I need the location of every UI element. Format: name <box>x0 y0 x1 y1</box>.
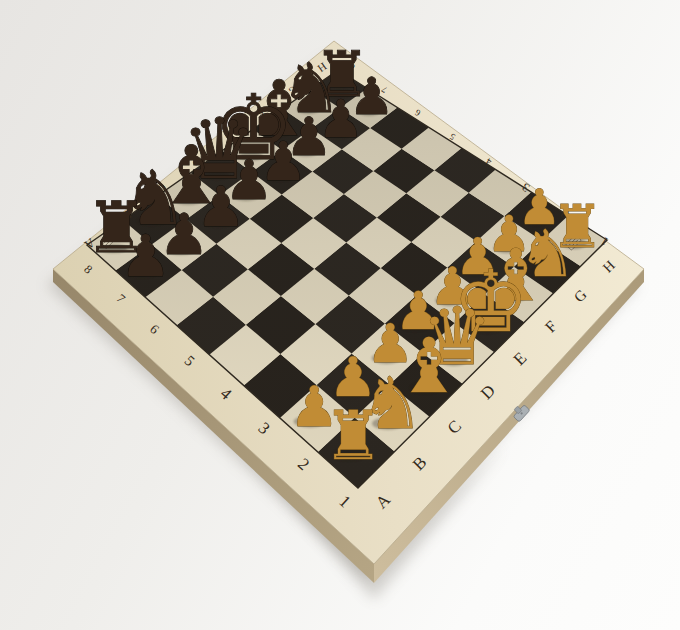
piece-black-pawn: ♟ <box>120 222 172 290</box>
piece-white-rook: ♜ <box>323 396 383 475</box>
chess-set-photo: ABCDEFGH12345678ABCDEFGH12345678♜♞♟♝♟♚♟♛… <box>0 0 680 630</box>
photo-backdrop: ABCDEFGH12345678ABCDEFGH12345678♜♞♟♝♟♚♟♛… <box>0 0 680 630</box>
